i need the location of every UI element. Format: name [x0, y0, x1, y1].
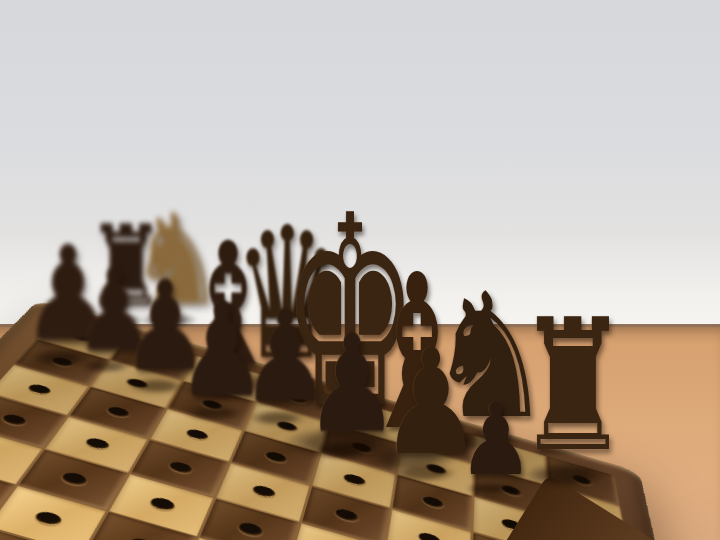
peg-hole [251, 483, 276, 499]
piece-black-rook-h8[interactable]: ♜ [516, 295, 630, 477]
peg-hole [419, 531, 442, 540]
peg-hole [60, 471, 89, 487]
peg-hole [423, 495, 444, 510]
photo-scene: ♜♞♟♟♝♟♛♟♚♟♝♟♞♟♟♜ [0, 0, 720, 540]
peg-hole [168, 460, 194, 475]
peg-hole [26, 383, 53, 396]
peg-hole [106, 405, 132, 419]
peg-hole [84, 436, 111, 451]
peg-hole [32, 510, 64, 528]
peg-hole [335, 507, 359, 523]
peg-hole [148, 496, 176, 513]
peg-hole [0, 446, 2, 462]
peg-hole [185, 428, 210, 442]
peg-hole [127, 536, 157, 540]
peg-hole [237, 521, 264, 538]
peg-hole [0, 413, 29, 428]
